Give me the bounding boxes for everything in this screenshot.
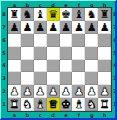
square-f8[interactable]: ♝	[72, 8, 85, 21]
file-label-g: g	[85, 112, 98, 118]
rank-label-3: 3	[1, 72, 7, 85]
square-d4[interactable]	[47, 60, 60, 73]
rank-label-4: 4	[112, 60, 117, 73]
square-a1[interactable]: ♜	[8, 98, 21, 111]
square-g5[interactable]	[85, 47, 98, 60]
piece-black-bishop[interactable]: ♝	[74, 9, 84, 20]
rank-label-5: 5	[112, 47, 117, 60]
chess-board: ♜♞♝♛♚♝♞♜♟♟♟♟♟♟♟♟♟♟♟♟♟♟♟♟♜♞♝♛♚♝♞♜	[8, 8, 111, 111]
file-label-d: d	[47, 112, 60, 118]
square-g8[interactable]: ♞	[85, 8, 98, 21]
piece-black-pawn[interactable]: ♟	[22, 22, 32, 33]
square-a4[interactable]	[8, 60, 21, 73]
square-d7[interactable]: ♟	[47, 21, 60, 34]
piece-black-pawn[interactable]: ♟	[61, 22, 71, 33]
piece-black-knight[interactable]: ♞	[22, 9, 32, 20]
rank-labels-left: 87654321	[1, 8, 7, 111]
file-label-f: f	[72, 112, 85, 118]
file-label-b: b	[21, 112, 34, 118]
square-a3[interactable]	[8, 72, 21, 85]
rank-label-3: 3	[112, 72, 117, 85]
square-d8[interactable]: ♛	[47, 8, 60, 21]
piece-white-pawn[interactable]: ♟	[22, 86, 32, 97]
piece-black-pawn[interactable]: ♟	[74, 22, 84, 33]
square-b6[interactable]	[21, 34, 34, 47]
rank-label-7: 7	[112, 21, 117, 34]
square-e8[interactable]: ♚	[60, 8, 73, 21]
square-b1[interactable]: ♞	[21, 98, 34, 111]
rank-label-4: 4	[1, 60, 7, 73]
square-h2[interactable]: ♟	[98, 85, 111, 98]
square-h6[interactable]	[98, 34, 111, 47]
square-e5[interactable]	[60, 47, 73, 60]
file-label-a: a	[8, 112, 21, 118]
piece-white-rook[interactable]: ♜	[10, 99, 20, 110]
square-g2[interactable]: ♟	[85, 85, 98, 98]
rank-label-2: 2	[112, 85, 117, 98]
piece-white-pawn[interactable]: ♟	[61, 86, 71, 97]
piece-black-knight[interactable]: ♞	[87, 9, 97, 20]
square-f7[interactable]: ♟	[72, 21, 85, 34]
piece-white-knight[interactable]: ♞	[87, 99, 97, 110]
piece-black-pawn[interactable]: ♟	[10, 22, 20, 33]
square-b5[interactable]	[21, 47, 34, 60]
square-c5[interactable]	[34, 47, 47, 60]
square-c4[interactable]	[34, 60, 47, 73]
file-label-e: e	[60, 112, 73, 118]
square-b8[interactable]: ♞	[21, 8, 34, 21]
square-d3[interactable]	[47, 72, 60, 85]
rank-labels-right: 87654321	[112, 8, 117, 111]
square-f5[interactable]	[72, 47, 85, 60]
square-c2[interactable]: ♟	[34, 85, 47, 98]
piece-white-pawn[interactable]: ♟	[74, 86, 84, 97]
piece-white-bishop[interactable]: ♝	[35, 99, 45, 110]
piece-black-rook[interactable]: ♜	[100, 9, 110, 20]
square-a5[interactable]	[8, 47, 21, 60]
square-a2[interactable]: ♟	[8, 85, 21, 98]
piece-white-king[interactable]: ♚	[61, 99, 71, 110]
square-d6[interactable]	[47, 34, 60, 47]
file-label-h: h	[98, 112, 111, 118]
square-d1[interactable]: ♛	[47, 98, 60, 111]
square-h5[interactable]	[98, 47, 111, 60]
piece-white-knight[interactable]: ♞	[22, 99, 32, 110]
piece-black-pawn[interactable]: ♟	[87, 22, 97, 33]
rank-label-6: 6	[112, 34, 117, 47]
square-h3[interactable]	[98, 72, 111, 85]
piece-black-queen[interactable]: ♛	[48, 9, 58, 20]
square-f6[interactable]	[72, 34, 85, 47]
square-h4[interactable]	[98, 60, 111, 73]
square-f4[interactable]	[72, 60, 85, 73]
piece-white-pawn[interactable]: ♟	[100, 86, 110, 97]
piece-white-pawn[interactable]: ♟	[48, 86, 58, 97]
square-c8[interactable]: ♝	[34, 8, 47, 21]
square-f2[interactable]: ♟	[72, 85, 85, 98]
piece-white-bishop[interactable]: ♝	[74, 99, 84, 110]
square-a6[interactable]	[8, 34, 21, 47]
square-a8[interactable]: ♜	[8, 8, 21, 21]
square-g7[interactable]: ♟	[85, 21, 98, 34]
square-e3[interactable]	[60, 72, 73, 85]
square-h8[interactable]: ♜	[98, 8, 111, 21]
square-c1[interactable]: ♝	[34, 98, 47, 111]
chess-window-frame: abcdefgh abcdefgh 87654321 87654321 ♜♞♝♛…	[0, 0, 117, 120]
square-g6[interactable]	[85, 34, 98, 47]
piece-black-pawn[interactable]: ♟	[100, 22, 110, 33]
piece-white-pawn[interactable]: ♟	[35, 86, 45, 97]
square-c7[interactable]: ♟	[34, 21, 47, 34]
rank-label-5: 5	[1, 47, 7, 60]
piece-black-king[interactable]: ♚	[61, 9, 71, 20]
square-g4[interactable]	[85, 60, 98, 73]
square-c3[interactable]	[34, 72, 47, 85]
piece-white-pawn[interactable]: ♟	[10, 86, 20, 97]
square-h1[interactable]: ♜	[98, 98, 111, 111]
rank-label-8: 8	[1, 8, 7, 21]
rank-label-2: 2	[1, 85, 7, 98]
square-g3[interactable]	[85, 72, 98, 85]
square-a7[interactable]: ♟	[8, 21, 21, 34]
piece-white-rook[interactable]: ♜	[100, 99, 110, 110]
piece-black-pawn[interactable]: ♟	[35, 22, 45, 33]
rank-label-1: 1	[112, 98, 117, 111]
square-b2[interactable]: ♟	[21, 85, 34, 98]
square-b7[interactable]: ♟	[21, 21, 34, 34]
square-f3[interactable]	[72, 72, 85, 85]
file-labels-bottom: abcdefgh	[8, 112, 111, 118]
rank-label-1: 1	[1, 98, 7, 111]
square-e4[interactable]	[60, 60, 73, 73]
square-e1[interactable]: ♚	[60, 98, 73, 111]
rank-label-7: 7	[1, 21, 7, 34]
square-b3[interactable]	[21, 72, 34, 85]
square-f1[interactable]: ♝	[72, 98, 85, 111]
file-label-c: c	[34, 112, 47, 118]
piece-black-rook[interactable]: ♜	[10, 9, 20, 20]
rank-label-6: 6	[1, 34, 7, 47]
square-e7[interactable]: ♟	[60, 21, 73, 34]
rank-label-8: 8	[112, 8, 117, 21]
square-g1[interactable]: ♞	[85, 98, 98, 111]
square-e2[interactable]: ♟	[60, 85, 73, 98]
square-c6[interactable]	[34, 34, 47, 47]
piece-white-pawn[interactable]: ♟	[87, 86, 97, 97]
piece-white-queen[interactable]: ♛	[48, 99, 58, 110]
piece-black-pawn[interactable]: ♟	[48, 22, 58, 33]
piece-black-bishop[interactable]: ♝	[35, 9, 45, 20]
square-b4[interactable]	[21, 60, 34, 73]
square-h7[interactable]: ♟	[98, 21, 111, 34]
square-d5[interactable]	[47, 47, 60, 60]
square-e6[interactable]	[60, 34, 73, 47]
square-d2[interactable]: ♟	[47, 85, 60, 98]
